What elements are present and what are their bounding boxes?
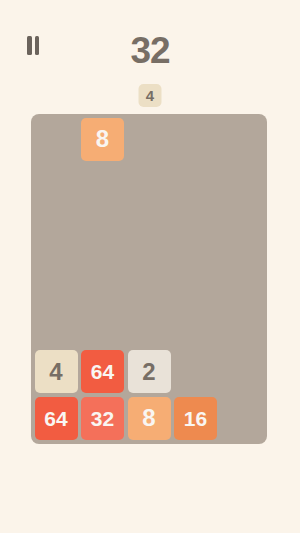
tile-8: 8 [128,397,171,440]
tile-64: 64 [81,350,124,393]
tile-8: 8 [81,118,124,161]
score-value: 32 [0,30,300,72]
tile-64: 64 [35,397,78,440]
game-screen: 32 4 846426432816 [0,0,300,533]
tile-2: 2 [128,350,171,393]
game-board[interactable]: 846426432816 [31,114,267,444]
tile-16: 16 [174,397,217,440]
next-tile-preview: 4 [139,84,162,107]
tile-4: 4 [35,350,78,393]
tile-32: 32 [81,397,124,440]
